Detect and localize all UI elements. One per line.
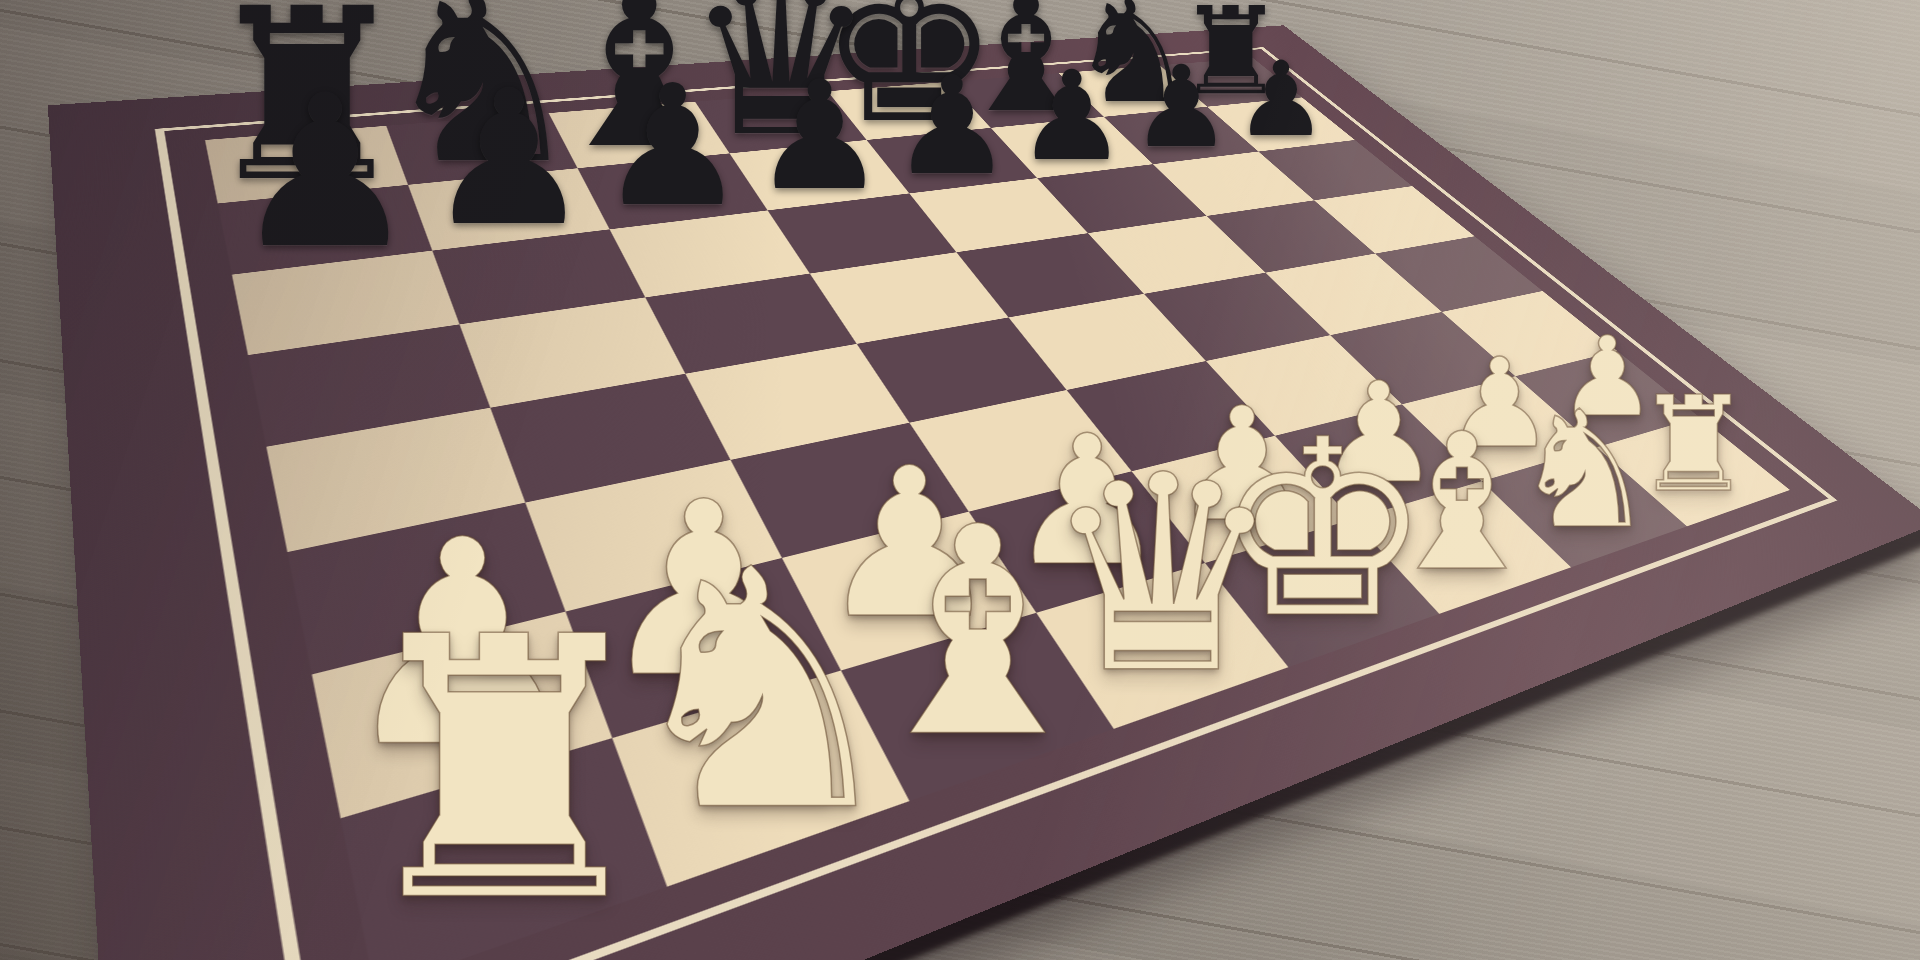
black-pawn-b7[interactable]: ♟ [425,65,593,252]
floor: ♜♞♝♛♚♝♞♜♟♟♟♟♟♟♟♟♟♟♟♟♟♟♟♟♜♞♝♛♚♝♞♜ [0,0,1920,960]
black-pawn-d7[interactable]: ♟ [752,61,887,212]
black-pawn-c7[interactable]: ♟ [598,63,748,230]
black-pawn-f7[interactable]: ♟ [1017,54,1128,178]
black-pawn-g7[interactable]: ♟ [1131,51,1232,164]
white-rook-a1[interactable]: ♜ [343,591,666,951]
black-pawn-e7[interactable]: ♟ [891,58,1013,194]
black-pawn-a7[interactable]: ♟ [231,66,420,277]
black-pawn-h7[interactable]: ♟ [1235,48,1328,151]
pieces-layer: ♜♞♝♛♚♝♞♜♟♟♟♟♟♟♟♟♟♟♟♟♟♟♟♟♜♞♝♛♚♝♞♜ [0,0,1920,960]
